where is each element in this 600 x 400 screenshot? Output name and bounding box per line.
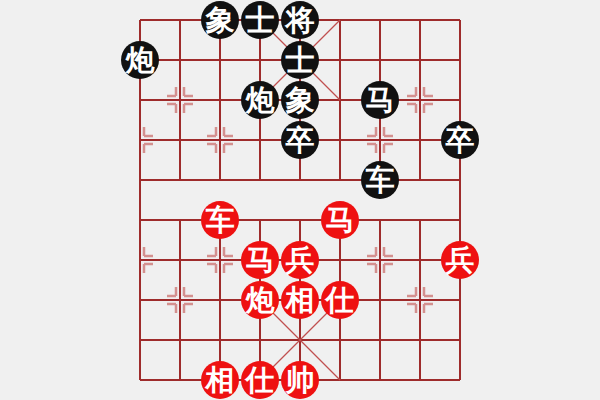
piece-black-chariot[interactable]: 车 [361,161,399,199]
piece-red-advisor[interactable]: 仕 [241,361,279,399]
piece-black-general[interactable]: 将 [281,1,319,39]
pieces-layer: 象士将炮士炮象马卒卒车车马马兵兵炮相仕相仕帅 [0,0,600,400]
piece-red-cannon[interactable]: 炮 [241,281,279,319]
piece-black-soldier[interactable]: 卒 [281,121,319,159]
piece-red-chariot[interactable]: 车 [201,201,239,239]
piece-red-horse[interactable]: 马 [321,201,359,239]
piece-black-elephant[interactable]: 象 [201,1,239,39]
piece-red-soldier[interactable]: 兵 [441,241,479,279]
piece-red-elephant[interactable]: 相 [201,361,239,399]
piece-black-advisor[interactable]: 士 [281,41,319,79]
piece-red-soldier[interactable]: 兵 [281,241,319,279]
xiangqi-board[interactable]: 象士将炮士炮象马卒卒车车马马兵兵炮相仕相仕帅 [0,0,600,400]
piece-red-advisor[interactable]: 仕 [321,281,359,319]
piece-black-advisor[interactable]: 士 [241,1,279,39]
piece-black-cannon[interactable]: 炮 [241,81,279,119]
piece-red-horse[interactable]: 马 [241,241,279,279]
xiangqi-app: 象士将炮士炮象马卒卒车车马马兵兵炮相仕相仕帅 [0,0,600,400]
piece-black-elephant[interactable]: 象 [281,81,319,119]
piece-black-horse[interactable]: 马 [361,81,399,119]
piece-red-elephant[interactable]: 相 [281,281,319,319]
piece-black-soldier[interactable]: 卒 [441,121,479,159]
piece-red-general[interactable]: 帅 [281,361,319,399]
piece-black-cannon[interactable]: 炮 [121,41,159,79]
